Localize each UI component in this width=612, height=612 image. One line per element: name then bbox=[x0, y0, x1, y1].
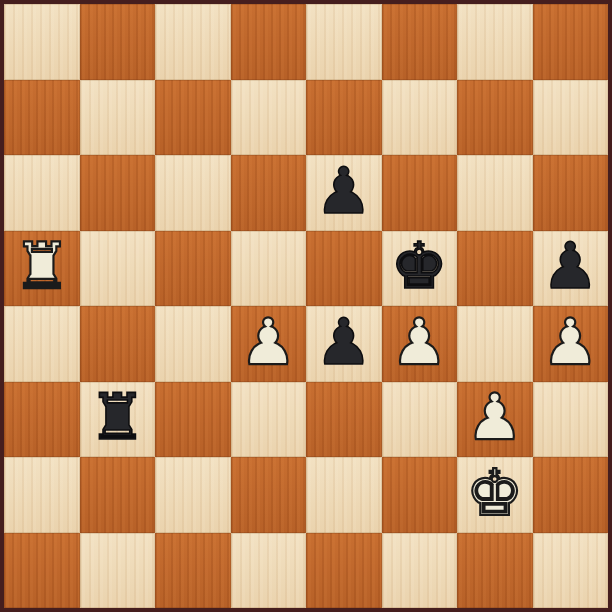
square-b2[interactable] bbox=[80, 457, 156, 533]
square-c5[interactable] bbox=[155, 231, 231, 307]
square-f2[interactable] bbox=[382, 457, 458, 533]
square-f4[interactable]: ♟ bbox=[382, 306, 458, 382]
square-g2[interactable]: ♚ bbox=[457, 457, 533, 533]
square-a6[interactable] bbox=[4, 155, 80, 231]
square-e4[interactable]: ♟ bbox=[306, 306, 382, 382]
square-c8[interactable] bbox=[155, 4, 231, 80]
square-f3[interactable] bbox=[382, 382, 458, 458]
square-d1[interactable] bbox=[231, 533, 307, 609]
square-g8[interactable] bbox=[457, 4, 533, 80]
square-f5[interactable]: ♚ bbox=[382, 231, 458, 307]
black-pawn[interactable]: ♟ bbox=[315, 159, 372, 223]
square-f1[interactable] bbox=[382, 533, 458, 609]
white-pawn[interactable]: ♟ bbox=[542, 310, 599, 374]
square-d4[interactable]: ♟ bbox=[231, 306, 307, 382]
square-b8[interactable] bbox=[80, 4, 156, 80]
square-g5[interactable] bbox=[457, 231, 533, 307]
square-h1[interactable] bbox=[533, 533, 609, 609]
square-h4[interactable]: ♟ bbox=[533, 306, 609, 382]
chess-board: ♟♜♚♟♟♟♟♟♜♟♚ bbox=[0, 0, 612, 612]
square-c1[interactable] bbox=[155, 533, 231, 609]
square-h5[interactable]: ♟ bbox=[533, 231, 609, 307]
square-g1[interactable] bbox=[457, 533, 533, 609]
square-h6[interactable] bbox=[533, 155, 609, 231]
square-b3[interactable]: ♜ bbox=[80, 382, 156, 458]
square-a7[interactable] bbox=[4, 80, 80, 156]
square-c7[interactable] bbox=[155, 80, 231, 156]
square-h7[interactable] bbox=[533, 80, 609, 156]
square-a5[interactable]: ♜ bbox=[4, 231, 80, 307]
square-h2[interactable] bbox=[533, 457, 609, 533]
square-d3[interactable] bbox=[231, 382, 307, 458]
square-d2[interactable] bbox=[231, 457, 307, 533]
square-f7[interactable] bbox=[382, 80, 458, 156]
white-rook[interactable]: ♜ bbox=[13, 234, 70, 298]
square-a8[interactable] bbox=[4, 4, 80, 80]
square-e2[interactable] bbox=[306, 457, 382, 533]
square-b5[interactable] bbox=[80, 231, 156, 307]
white-king[interactable]: ♚ bbox=[466, 461, 523, 525]
black-pawn[interactable]: ♟ bbox=[315, 310, 372, 374]
square-e5[interactable] bbox=[306, 231, 382, 307]
square-c6[interactable] bbox=[155, 155, 231, 231]
square-d7[interactable] bbox=[231, 80, 307, 156]
square-b6[interactable] bbox=[80, 155, 156, 231]
chess-board-screenshot: ♟♜♚♟♟♟♟♟♜♟♚ bbox=[0, 0, 612, 612]
black-rook[interactable]: ♜ bbox=[89, 385, 146, 449]
square-d6[interactable] bbox=[231, 155, 307, 231]
square-e6[interactable]: ♟ bbox=[306, 155, 382, 231]
square-c2[interactable] bbox=[155, 457, 231, 533]
square-g7[interactable] bbox=[457, 80, 533, 156]
square-f8[interactable] bbox=[382, 4, 458, 80]
square-c4[interactable] bbox=[155, 306, 231, 382]
square-g6[interactable] bbox=[457, 155, 533, 231]
square-d8[interactable] bbox=[231, 4, 307, 80]
square-f6[interactable] bbox=[382, 155, 458, 231]
white-pawn[interactable]: ♟ bbox=[240, 310, 297, 374]
square-h3[interactable] bbox=[533, 382, 609, 458]
square-e1[interactable] bbox=[306, 533, 382, 609]
square-a4[interactable] bbox=[4, 306, 80, 382]
square-h8[interactable] bbox=[533, 4, 609, 80]
square-b4[interactable] bbox=[80, 306, 156, 382]
square-e8[interactable] bbox=[306, 4, 382, 80]
square-g3[interactable]: ♟ bbox=[457, 382, 533, 458]
white-pawn[interactable]: ♟ bbox=[466, 385, 523, 449]
square-a1[interactable] bbox=[4, 533, 80, 609]
square-d5[interactable] bbox=[231, 231, 307, 307]
square-b1[interactable] bbox=[80, 533, 156, 609]
square-e3[interactable] bbox=[306, 382, 382, 458]
square-e7[interactable] bbox=[306, 80, 382, 156]
black-pawn[interactable]: ♟ bbox=[542, 234, 599, 298]
black-king[interactable]: ♚ bbox=[391, 234, 448, 298]
square-a2[interactable] bbox=[4, 457, 80, 533]
square-b7[interactable] bbox=[80, 80, 156, 156]
square-g4[interactable] bbox=[457, 306, 533, 382]
square-a3[interactable] bbox=[4, 382, 80, 458]
white-pawn[interactable]: ♟ bbox=[391, 310, 448, 374]
square-c3[interactable] bbox=[155, 382, 231, 458]
